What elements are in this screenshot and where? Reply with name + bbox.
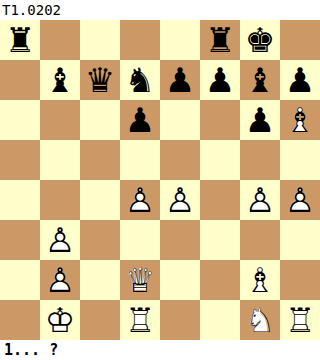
square-c1[interactable] [80, 300, 120, 340]
piece-black-king: ♚ [240, 20, 280, 60]
square-e2[interactable] [160, 260, 200, 300]
square-e3[interactable] [160, 220, 200, 260]
square-b4[interactable] [40, 180, 80, 220]
square-h3[interactable] [280, 220, 320, 260]
square-g7[interactable]: ♝ [240, 60, 280, 100]
piece-white-rook: ♜♖ [280, 300, 320, 340]
square-d4[interactable]: ♟♙ [120, 180, 160, 220]
piece-black-pawn: ♟ [280, 60, 320, 100]
square-b2[interactable]: ♟♙ [40, 260, 80, 300]
square-d1[interactable]: ♜♖ [120, 300, 160, 340]
square-f2[interactable] [200, 260, 240, 300]
square-a3[interactable] [0, 220, 40, 260]
piece-black-pawn: ♟ [120, 100, 160, 140]
square-f6[interactable] [200, 100, 240, 140]
piece-black-rook: ♜ [200, 20, 240, 60]
square-a6[interactable] [0, 100, 40, 140]
square-f1[interactable] [200, 300, 240, 340]
square-h7[interactable]: ♟ [280, 60, 320, 100]
square-h2[interactable] [280, 260, 320, 300]
piece-white-knight: ♞♘ [240, 300, 280, 340]
piece-black-bishop: ♝ [240, 60, 280, 100]
piece-white-pawn: ♟♙ [40, 220, 80, 260]
puzzle-id-label: T1.0202 [0, 0, 320, 20]
piece-white-pawn: ♟♙ [240, 180, 280, 220]
piece-black-rook: ♜ [0, 20, 40, 60]
square-b6[interactable] [40, 100, 80, 140]
piece-black-bishop: ♝ [40, 60, 80, 100]
piece-white-rook: ♜♖ [120, 300, 160, 340]
square-a5[interactable] [0, 140, 40, 180]
square-h1[interactable]: ♜♖ [280, 300, 320, 340]
square-g2[interactable]: ♝♗ [240, 260, 280, 300]
piece-black-queen: ♛ [80, 60, 120, 100]
square-d7[interactable]: ♞ [120, 60, 160, 100]
square-c5[interactable] [80, 140, 120, 180]
square-d8[interactable] [120, 20, 160, 60]
square-b7[interactable]: ♝ [40, 60, 80, 100]
piece-white-pawn: ♟♙ [40, 260, 80, 300]
piece-white-bishop: ♝♗ [280, 100, 320, 140]
square-g1[interactable]: ♞♘ [240, 300, 280, 340]
square-d6[interactable]: ♟ [120, 100, 160, 140]
piece-white-pawn: ♟♙ [160, 180, 200, 220]
square-c3[interactable] [80, 220, 120, 260]
square-e5[interactable] [160, 140, 200, 180]
square-c2[interactable] [80, 260, 120, 300]
move-prompt: 1... ? [0, 340, 320, 360]
square-a4[interactable] [0, 180, 40, 220]
square-f8[interactable]: ♜ [200, 20, 240, 60]
square-h8[interactable] [280, 20, 320, 60]
square-f3[interactable] [200, 220, 240, 260]
piece-white-bishop: ♝♗ [240, 260, 280, 300]
square-e8[interactable] [160, 20, 200, 60]
square-g8[interactable]: ♚ [240, 20, 280, 60]
square-e7[interactable]: ♟ [160, 60, 200, 100]
piece-white-king: ♚♔ [40, 300, 80, 340]
square-c6[interactable] [80, 100, 120, 140]
square-d3[interactable] [120, 220, 160, 260]
square-e6[interactable] [160, 100, 200, 140]
piece-white-pawn: ♟♙ [280, 180, 320, 220]
square-f7[interactable]: ♟ [200, 60, 240, 100]
square-c8[interactable] [80, 20, 120, 60]
square-f4[interactable] [200, 180, 240, 220]
square-b3[interactable]: ♟♙ [40, 220, 80, 260]
square-b5[interactable] [40, 140, 80, 180]
square-a8[interactable]: ♜ [0, 20, 40, 60]
piece-black-pawn: ♟ [200, 60, 240, 100]
square-b1[interactable]: ♚♔ [40, 300, 80, 340]
square-h6[interactable]: ♝♗ [280, 100, 320, 140]
square-a2[interactable] [0, 260, 40, 300]
square-g3[interactable] [240, 220, 280, 260]
square-b8[interactable] [40, 20, 80, 60]
chess-board: ♜♜♚♝♛♞♟♟♝♟♟♟♝♗♟♙♟♙♟♙♟♙♟♙♟♙♛♕♝♗♚♔♜♖♞♘♜♖ [0, 20, 320, 340]
square-e1[interactable] [160, 300, 200, 340]
chess-puzzle-window: T1.0202 ♜♜♚♝♛♞♟♟♝♟♟♟♝♗♟♙♟♙♟♙♟♙♟♙♟♙♛♕♝♗♚♔… [0, 0, 320, 360]
square-a7[interactable] [0, 60, 40, 100]
square-h4[interactable]: ♟♙ [280, 180, 320, 220]
piece-black-pawn: ♟ [240, 100, 280, 140]
square-h5[interactable] [280, 140, 320, 180]
square-g4[interactable]: ♟♙ [240, 180, 280, 220]
square-g5[interactable] [240, 140, 280, 180]
piece-white-queen: ♛♕ [120, 260, 160, 300]
square-d2[interactable]: ♛♕ [120, 260, 160, 300]
square-d5[interactable] [120, 140, 160, 180]
square-c4[interactable] [80, 180, 120, 220]
square-c7[interactable]: ♛ [80, 60, 120, 100]
square-g6[interactable]: ♟ [240, 100, 280, 140]
square-e4[interactable]: ♟♙ [160, 180, 200, 220]
square-f5[interactable] [200, 140, 240, 180]
piece-black-knight: ♞ [120, 60, 160, 100]
piece-black-pawn: ♟ [160, 60, 200, 100]
piece-white-pawn: ♟♙ [120, 180, 160, 220]
square-a1[interactable] [0, 300, 40, 340]
